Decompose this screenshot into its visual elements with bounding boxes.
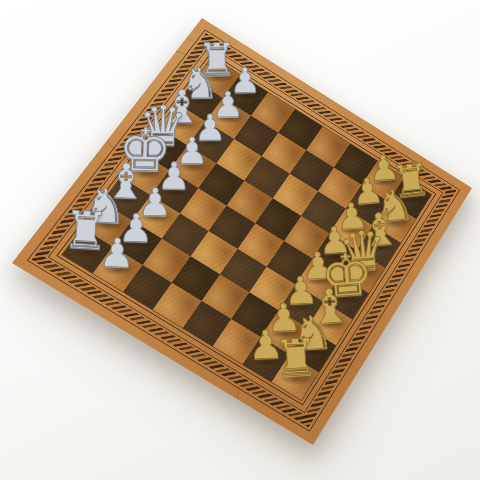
silver-pawn[interactable]: ♟ <box>98 233 135 274</box>
gold-rook[interactable]: ♜ <box>272 332 320 385</box>
studio-scene: ♜♞♝♛♚♝♞♜♟♟♟♟♟♟♟♟♟♟♟♟♟♟♟♟♜♞♝♛♚♝♞♜ <box>0 0 480 480</box>
